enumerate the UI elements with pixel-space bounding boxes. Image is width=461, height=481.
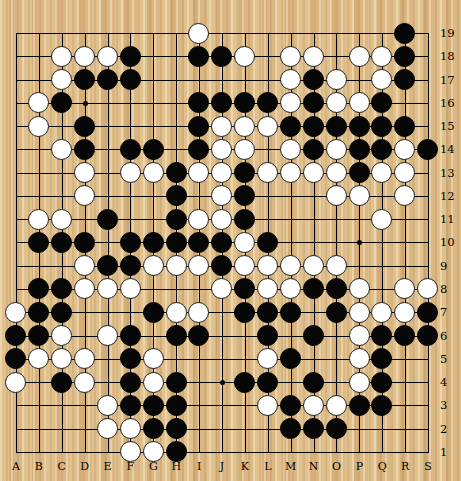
- intersection-O18[interactable]: [325, 45, 348, 68]
- intersection-K17[interactable]: [233, 68, 256, 91]
- intersection-N19[interactable]: [302, 21, 325, 44]
- intersection-N6[interactable]: [302, 324, 325, 347]
- intersection-K6[interactable]: [233, 324, 256, 347]
- intersection-I6[interactable]: [188, 324, 211, 347]
- intersection-N14[interactable]: [302, 138, 325, 161]
- intersection-I17[interactable]: [188, 68, 211, 91]
- intersection-M7[interactable]: [279, 301, 302, 324]
- intersection-F5[interactable]: [119, 347, 142, 370]
- intersection-G6[interactable]: [142, 324, 165, 347]
- intersection-I4[interactable]: [188, 370, 211, 393]
- intersection-M3[interactable]: [279, 394, 302, 417]
- intersection-S12[interactable]: [416, 184, 439, 207]
- intersection-A17[interactable]: [5, 68, 28, 91]
- intersection-J15[interactable]: [210, 114, 233, 137]
- intersection-H18[interactable]: [165, 45, 188, 68]
- intersection-G7[interactable]: [142, 301, 165, 324]
- intersection-F7[interactable]: [119, 301, 142, 324]
- intersection-E11[interactable]: [96, 208, 119, 231]
- intersection-P13[interactable]: [348, 161, 371, 184]
- intersection-L5[interactable]: [256, 347, 279, 370]
- intersection-A5[interactable]: [5, 347, 28, 370]
- intersection-R15[interactable]: [393, 114, 416, 137]
- intersection-J6[interactable]: [210, 324, 233, 347]
- intersection-N11[interactable]: [302, 208, 325, 231]
- intersection-O16[interactable]: [325, 91, 348, 114]
- intersection-D4[interactable]: [73, 370, 96, 393]
- intersection-J5[interactable]: [210, 347, 233, 370]
- intersection-Q10[interactable]: [371, 231, 394, 254]
- intersection-O7[interactable]: [325, 301, 348, 324]
- intersection-E16[interactable]: [96, 91, 119, 114]
- intersection-A2[interactable]: [5, 417, 28, 440]
- intersection-P19[interactable]: [348, 21, 371, 44]
- intersection-E2[interactable]: [96, 417, 119, 440]
- intersection-P16[interactable]: [348, 91, 371, 114]
- intersection-K8[interactable]: [233, 277, 256, 300]
- intersection-S19[interactable]: [416, 21, 439, 44]
- intersection-O14[interactable]: [325, 138, 348, 161]
- intersection-M8[interactable]: [279, 277, 302, 300]
- intersection-L9[interactable]: [256, 254, 279, 277]
- intersection-D5[interactable]: [73, 347, 96, 370]
- intersection-I11[interactable]: [188, 208, 211, 231]
- intersection-G18[interactable]: [142, 45, 165, 68]
- intersection-D15[interactable]: [73, 114, 96, 137]
- intersection-H11[interactable]: [165, 208, 188, 231]
- intersection-R18[interactable]: [393, 45, 416, 68]
- intersection-H12[interactable]: [165, 184, 188, 207]
- intersection-K5[interactable]: [233, 347, 256, 370]
- intersection-K14[interactable]: [233, 138, 256, 161]
- intersection-C7[interactable]: [50, 301, 73, 324]
- intersection-I19[interactable]: [188, 21, 211, 44]
- intersection-P4[interactable]: [348, 370, 371, 393]
- intersection-S11[interactable]: [416, 208, 439, 231]
- intersection-K7[interactable]: [233, 301, 256, 324]
- intersection-O8[interactable]: [325, 277, 348, 300]
- intersection-S15[interactable]: [416, 114, 439, 137]
- intersection-N9[interactable]: [302, 254, 325, 277]
- intersection-G5[interactable]: [142, 347, 165, 370]
- intersection-H7[interactable]: [165, 301, 188, 324]
- intersection-G9[interactable]: [142, 254, 165, 277]
- intersection-Q5[interactable]: [371, 347, 394, 370]
- intersection-G8[interactable]: [142, 277, 165, 300]
- intersection-O6[interactable]: [325, 324, 348, 347]
- intersection-B7[interactable]: [27, 301, 50, 324]
- intersection-P7[interactable]: [348, 301, 371, 324]
- intersection-M10[interactable]: [279, 231, 302, 254]
- intersection-L7[interactable]: [256, 301, 279, 324]
- intersection-B16[interactable]: [27, 91, 50, 114]
- intersection-E9[interactable]: [96, 254, 119, 277]
- intersection-A14[interactable]: [5, 138, 28, 161]
- intersection-R2[interactable]: [393, 417, 416, 440]
- intersection-N2[interactable]: [302, 417, 325, 440]
- intersection-I12[interactable]: [188, 184, 211, 207]
- intersection-L4[interactable]: [256, 370, 279, 393]
- intersection-O10[interactable]: [325, 231, 348, 254]
- intersection-E12[interactable]: [96, 184, 119, 207]
- intersection-H2[interactable]: [165, 417, 188, 440]
- intersection-H15[interactable]: [165, 114, 188, 137]
- intersection-I14[interactable]: [188, 138, 211, 161]
- intersection-I8[interactable]: [188, 277, 211, 300]
- intersection-R9[interactable]: [393, 254, 416, 277]
- intersection-S7[interactable]: [416, 301, 439, 324]
- intersection-D8[interactable]: [73, 277, 96, 300]
- intersection-G2[interactable]: [142, 417, 165, 440]
- intersection-L15[interactable]: [256, 114, 279, 137]
- intersection-C16[interactable]: [50, 91, 73, 114]
- intersection-Q18[interactable]: [371, 45, 394, 68]
- intersection-K2[interactable]: [233, 417, 256, 440]
- intersection-A13[interactable]: [5, 161, 28, 184]
- intersection-P5[interactable]: [348, 347, 371, 370]
- intersection-C3[interactable]: [50, 394, 73, 417]
- intersection-Q9[interactable]: [371, 254, 394, 277]
- intersection-I5[interactable]: [188, 347, 211, 370]
- intersection-D12[interactable]: [73, 184, 96, 207]
- intersection-C15[interactable]: [50, 114, 73, 137]
- intersection-E15[interactable]: [96, 114, 119, 137]
- intersection-A8[interactable]: [5, 277, 28, 300]
- intersection-L6[interactable]: [256, 324, 279, 347]
- intersection-D6[interactable]: [73, 324, 96, 347]
- intersection-L3[interactable]: [256, 394, 279, 417]
- intersection-H10[interactable]: [165, 231, 188, 254]
- intersection-O15[interactable]: [325, 114, 348, 137]
- intersection-H16[interactable]: [165, 91, 188, 114]
- intersection-R10[interactable]: [393, 231, 416, 254]
- intersection-C8[interactable]: [50, 277, 73, 300]
- intersection-J9[interactable]: [210, 254, 233, 277]
- intersection-A6[interactable]: [5, 324, 28, 347]
- intersection-K4[interactable]: [233, 370, 256, 393]
- intersection-H17[interactable]: [165, 68, 188, 91]
- intersection-Q14[interactable]: [371, 138, 394, 161]
- intersection-O4[interactable]: [325, 370, 348, 393]
- intersection-M9[interactable]: [279, 254, 302, 277]
- intersection-K13[interactable]: [233, 161, 256, 184]
- intersection-A19[interactable]: [5, 21, 28, 44]
- intersection-R4[interactable]: [393, 370, 416, 393]
- intersection-M6[interactable]: [279, 324, 302, 347]
- intersection-F9[interactable]: [119, 254, 142, 277]
- intersection-M4[interactable]: [279, 370, 302, 393]
- intersection-B8[interactable]: [27, 277, 50, 300]
- intersection-A15[interactable]: [5, 114, 28, 137]
- intersection-D14[interactable]: [73, 138, 96, 161]
- intersection-D10[interactable]: [73, 231, 96, 254]
- intersection-M19[interactable]: [279, 21, 302, 44]
- intersection-J19[interactable]: [210, 21, 233, 44]
- intersection-C5[interactable]: [50, 347, 73, 370]
- intersection-E7[interactable]: [96, 301, 119, 324]
- intersection-C14[interactable]: [50, 138, 73, 161]
- intersection-P11[interactable]: [348, 208, 371, 231]
- intersection-R11[interactable]: [393, 208, 416, 231]
- intersection-A3[interactable]: [5, 394, 28, 417]
- intersection-K15[interactable]: [233, 114, 256, 137]
- intersection-F2[interactable]: [119, 417, 142, 440]
- intersection-D11[interactable]: [73, 208, 96, 231]
- intersection-B2[interactable]: [27, 417, 50, 440]
- intersection-Q12[interactable]: [371, 184, 394, 207]
- intersection-J14[interactable]: [210, 138, 233, 161]
- intersection-C13[interactable]: [50, 161, 73, 184]
- intersection-G3[interactable]: [142, 394, 165, 417]
- intersection-F16[interactable]: [119, 91, 142, 114]
- intersection-S3[interactable]: [416, 394, 439, 417]
- intersection-R14[interactable]: [393, 138, 416, 161]
- intersection-J13[interactable]: [210, 161, 233, 184]
- intersection-N16[interactable]: [302, 91, 325, 114]
- intersection-P2[interactable]: [348, 417, 371, 440]
- intersection-R16[interactable]: [393, 91, 416, 114]
- intersection-F3[interactable]: [119, 394, 142, 417]
- intersection-A10[interactable]: [5, 231, 28, 254]
- intersection-E3[interactable]: [96, 394, 119, 417]
- intersection-Q4[interactable]: [371, 370, 394, 393]
- intersection-P18[interactable]: [348, 45, 371, 68]
- intersection-N5[interactable]: [302, 347, 325, 370]
- intersection-I2[interactable]: [188, 417, 211, 440]
- intersection-B11[interactable]: [27, 208, 50, 231]
- intersection-P6[interactable]: [348, 324, 371, 347]
- intersection-H5[interactable]: [165, 347, 188, 370]
- intersection-M2[interactable]: [279, 417, 302, 440]
- intersection-L8[interactable]: [256, 277, 279, 300]
- intersection-F13[interactable]: [119, 161, 142, 184]
- intersection-M5[interactable]: [279, 347, 302, 370]
- intersection-G10[interactable]: [142, 231, 165, 254]
- intersection-S13[interactable]: [416, 161, 439, 184]
- intersection-I3[interactable]: [188, 394, 211, 417]
- intersection-B9[interactable]: [27, 254, 50, 277]
- intersection-C19[interactable]: [50, 21, 73, 44]
- intersection-L19[interactable]: [256, 21, 279, 44]
- intersection-A9[interactable]: [5, 254, 28, 277]
- intersection-M17[interactable]: [279, 68, 302, 91]
- intersection-D7[interactable]: [73, 301, 96, 324]
- intersection-M18[interactable]: [279, 45, 302, 68]
- intersection-L14[interactable]: [256, 138, 279, 161]
- intersection-F8[interactable]: [119, 277, 142, 300]
- intersection-Q15[interactable]: [371, 114, 394, 137]
- intersection-N7[interactable]: [302, 301, 325, 324]
- intersection-S18[interactable]: [416, 45, 439, 68]
- intersection-P17[interactable]: [348, 68, 371, 91]
- intersection-H8[interactable]: [165, 277, 188, 300]
- intersection-B10[interactable]: [27, 231, 50, 254]
- intersection-O3[interactable]: [325, 394, 348, 417]
- intersection-B15[interactable]: [27, 114, 50, 137]
- intersection-S8[interactable]: [416, 277, 439, 300]
- intersection-R12[interactable]: [393, 184, 416, 207]
- intersection-G14[interactable]: [142, 138, 165, 161]
- intersection-B4[interactable]: [27, 370, 50, 393]
- intersection-K12[interactable]: [233, 184, 256, 207]
- intersection-P12[interactable]: [348, 184, 371, 207]
- intersection-I15[interactable]: [188, 114, 211, 137]
- intersection-H4[interactable]: [165, 370, 188, 393]
- intersection-C18[interactable]: [50, 45, 73, 68]
- intersection-H13[interactable]: [165, 161, 188, 184]
- intersection-O11[interactable]: [325, 208, 348, 231]
- intersection-Q11[interactable]: [371, 208, 394, 231]
- intersection-E8[interactable]: [96, 277, 119, 300]
- intersection-B6[interactable]: [27, 324, 50, 347]
- intersection-F14[interactable]: [119, 138, 142, 161]
- intersection-E18[interactable]: [96, 45, 119, 68]
- intersection-N3[interactable]: [302, 394, 325, 417]
- intersection-Q3[interactable]: [371, 394, 394, 417]
- intersection-I13[interactable]: [188, 161, 211, 184]
- intersection-R17[interactable]: [393, 68, 416, 91]
- intersection-R8[interactable]: [393, 277, 416, 300]
- intersection-H6[interactable]: [165, 324, 188, 347]
- intersection-E13[interactable]: [96, 161, 119, 184]
- intersection-R5[interactable]: [393, 347, 416, 370]
- intersection-K19[interactable]: [233, 21, 256, 44]
- intersection-Q17[interactable]: [371, 68, 394, 91]
- intersection-D3[interactable]: [73, 394, 96, 417]
- intersection-S16[interactable]: [416, 91, 439, 114]
- intersection-K3[interactable]: [233, 394, 256, 417]
- intersection-L2[interactable]: [256, 417, 279, 440]
- intersection-R6[interactable]: [393, 324, 416, 347]
- intersection-B18[interactable]: [27, 45, 50, 68]
- intersection-S4[interactable]: [416, 370, 439, 393]
- intersection-P8[interactable]: [348, 277, 371, 300]
- intersection-K9[interactable]: [233, 254, 256, 277]
- intersection-Q2[interactable]: [371, 417, 394, 440]
- intersection-P15[interactable]: [348, 114, 371, 137]
- intersection-C6[interactable]: [50, 324, 73, 347]
- intersection-O12[interactable]: [325, 184, 348, 207]
- intersection-A16[interactable]: [5, 91, 28, 114]
- intersection-G16[interactable]: [142, 91, 165, 114]
- intersection-S9[interactable]: [416, 254, 439, 277]
- intersection-B19[interactable]: [27, 21, 50, 44]
- intersection-H19[interactable]: [165, 21, 188, 44]
- intersection-J10[interactable]: [210, 231, 233, 254]
- intersection-D13[interactable]: [73, 161, 96, 184]
- intersection-C17[interactable]: [50, 68, 73, 91]
- intersection-G4[interactable]: [142, 370, 165, 393]
- intersection-G19[interactable]: [142, 21, 165, 44]
- intersection-N13[interactable]: [302, 161, 325, 184]
- intersection-L12[interactable]: [256, 184, 279, 207]
- intersection-M13[interactable]: [279, 161, 302, 184]
- intersection-O5[interactable]: [325, 347, 348, 370]
- intersection-O2[interactable]: [325, 417, 348, 440]
- intersection-E4[interactable]: [96, 370, 119, 393]
- intersection-J16[interactable]: [210, 91, 233, 114]
- intersection-J12[interactable]: [210, 184, 233, 207]
- intersection-K16[interactable]: [233, 91, 256, 114]
- intersection-J7[interactable]: [210, 301, 233, 324]
- intersection-F10[interactable]: [119, 231, 142, 254]
- intersection-A12[interactable]: [5, 184, 28, 207]
- intersection-N17[interactable]: [302, 68, 325, 91]
- intersection-O19[interactable]: [325, 21, 348, 44]
- intersection-Q6[interactable]: [371, 324, 394, 347]
- intersection-M11[interactable]: [279, 208, 302, 231]
- intersection-J4[interactable]: [210, 370, 233, 393]
- intersection-B17[interactable]: [27, 68, 50, 91]
- intersection-S5[interactable]: [416, 347, 439, 370]
- intersection-J3[interactable]: [210, 394, 233, 417]
- intersection-G12[interactable]: [142, 184, 165, 207]
- intersection-D2[interactable]: [73, 417, 96, 440]
- intersection-J11[interactable]: [210, 208, 233, 231]
- intersection-F4[interactable]: [119, 370, 142, 393]
- intersection-P14[interactable]: [348, 138, 371, 161]
- intersection-I7[interactable]: [188, 301, 211, 324]
- intersection-I18[interactable]: [188, 45, 211, 68]
- intersection-M16[interactable]: [279, 91, 302, 114]
- intersection-R7[interactable]: [393, 301, 416, 324]
- intersection-C10[interactable]: [50, 231, 73, 254]
- intersection-D16[interactable]: [73, 91, 96, 114]
- intersection-F17[interactable]: [119, 68, 142, 91]
- intersection-N10[interactable]: [302, 231, 325, 254]
- intersection-F15[interactable]: [119, 114, 142, 137]
- intersection-N4[interactable]: [302, 370, 325, 393]
- intersection-K11[interactable]: [233, 208, 256, 231]
- intersection-R3[interactable]: [393, 394, 416, 417]
- intersection-A4[interactable]: [5, 370, 28, 393]
- intersection-F12[interactable]: [119, 184, 142, 207]
- intersection-D17[interactable]: [73, 68, 96, 91]
- intersection-Q8[interactable]: [371, 277, 394, 300]
- intersection-D9[interactable]: [73, 254, 96, 277]
- intersection-F6[interactable]: [119, 324, 142, 347]
- intersection-B13[interactable]: [27, 161, 50, 184]
- intersection-S6[interactable]: [416, 324, 439, 347]
- intersection-N18[interactable]: [302, 45, 325, 68]
- intersection-P9[interactable]: [348, 254, 371, 277]
- intersection-M12[interactable]: [279, 184, 302, 207]
- intersection-S2[interactable]: [416, 417, 439, 440]
- intersection-G17[interactable]: [142, 68, 165, 91]
- intersection-F18[interactable]: [119, 45, 142, 68]
- intersection-E6[interactable]: [96, 324, 119, 347]
- intersection-Q7[interactable]: [371, 301, 394, 324]
- intersection-E19[interactable]: [96, 21, 119, 44]
- intersection-D19[interactable]: [73, 21, 96, 44]
- intersection-Q19[interactable]: [371, 21, 394, 44]
- intersection-P3[interactable]: [348, 394, 371, 417]
- intersection-F11[interactable]: [119, 208, 142, 231]
- intersection-N15[interactable]: [302, 114, 325, 137]
- intersection-K18[interactable]: [233, 45, 256, 68]
- intersection-R19[interactable]: [393, 21, 416, 44]
- intersection-A18[interactable]: [5, 45, 28, 68]
- intersection-I10[interactable]: [188, 231, 211, 254]
- intersection-J8[interactable]: [210, 277, 233, 300]
- intersection-L13[interactable]: [256, 161, 279, 184]
- intersection-L16[interactable]: [256, 91, 279, 114]
- intersection-L10[interactable]: [256, 231, 279, 254]
- intersection-H3[interactable]: [165, 394, 188, 417]
- intersection-N12[interactable]: [302, 184, 325, 207]
- intersection-C12[interactable]: [50, 184, 73, 207]
- intersection-M14[interactable]: [279, 138, 302, 161]
